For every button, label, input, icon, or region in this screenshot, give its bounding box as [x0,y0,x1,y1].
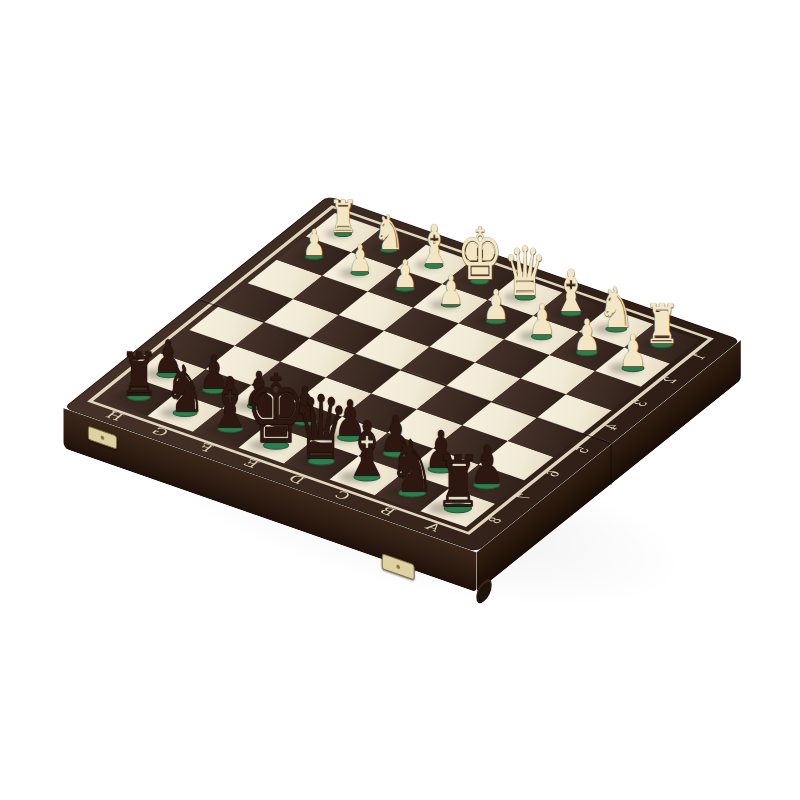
piece-black-knight-b8[interactable]: ♞ [389,430,435,502]
piece-white-pawn-e2[interactable]: ♟ [438,269,464,309]
piece-white-pawn-b2[interactable]: ♟ [573,314,601,357]
piece-white-pawn-f2[interactable]: ♟ [393,255,418,293]
piece-white-pawn-c2[interactable]: ♟ [528,299,555,341]
piece-white-pawn-h2[interactable]: ♟ [302,225,325,261]
piece-white-pawn-d2[interactable]: ♟ [483,284,509,325]
piece-white-pawn-a2[interactable]: ♟ [618,329,646,373]
piece-black-rook-a8[interactable]: ♜ [435,446,481,517]
piece-white-rook-a1[interactable]: ♜ [644,296,680,351]
piece-white-knight-g1[interactable]: ♞ [373,207,404,255]
piece-black-rook-h8[interactable]: ♜ [120,345,159,405]
brass-clasp-left [88,426,117,450]
fold-seam-side [610,445,611,486]
product-photo-stage: HGFEDCBA12345678 ♜♞♝♛♚♝♞♜♟♟♟♟♟♟♟♟♟♟♟♟♟♟♟… [0,0,800,800]
piece-black-queen-d8[interactable]: ♛ [293,384,350,472]
piece-black-bishop-c8[interactable]: ♝ [343,411,391,486]
piece-black-knight-g8[interactable]: ♞ [164,357,205,421]
piece-white-pawn-g2[interactable]: ♟ [348,240,372,277]
piece-white-bishop-f1[interactable]: ♝ [417,219,451,272]
piece-white-rook-h1[interactable]: ♜ [329,194,358,239]
